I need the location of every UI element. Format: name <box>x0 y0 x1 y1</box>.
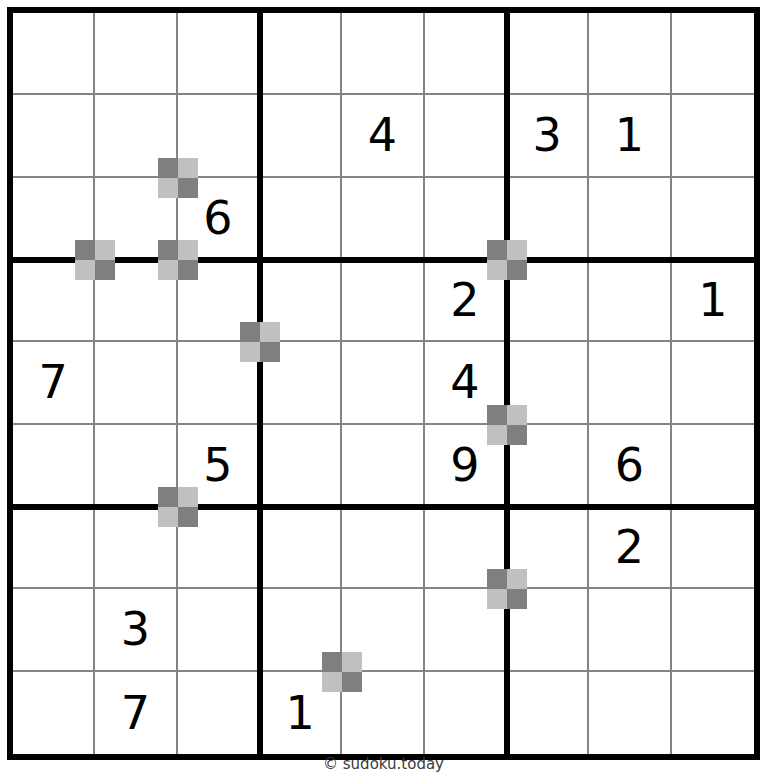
marker-quadrant-dark <box>75 240 95 260</box>
cell-r7c5[interactable] <box>342 507 424 589</box>
cell-r1c1[interactable] <box>13 13 95 95</box>
cell-r9c8[interactable] <box>589 672 671 754</box>
cell-r4c8[interactable] <box>589 260 671 342</box>
marker-quadrant-light <box>487 425 507 445</box>
marker-quadrant-dark <box>158 487 178 507</box>
marker-quadrant-light <box>487 589 507 609</box>
cell-r7c4[interactable] <box>260 507 342 589</box>
box-boundary-vertical-2 <box>504 13 510 754</box>
marker-quadrant-dark <box>487 405 507 425</box>
marker-quadrant-dark <box>158 158 178 178</box>
cell-r3c9[interactable] <box>672 178 754 260</box>
cell-r1c9[interactable] <box>672 13 754 95</box>
cell-r1c5[interactable] <box>342 13 424 95</box>
cell-r1c2[interactable] <box>95 13 177 95</box>
marker-quadrant-light <box>322 672 342 692</box>
cell-r7c9[interactable] <box>672 507 754 589</box>
marker-quadrant-light <box>178 487 198 507</box>
cell-r8c3[interactable] <box>178 589 260 671</box>
box-boundary-horizontal-2 <box>13 504 754 510</box>
cell-r1c4[interactable] <box>260 13 342 95</box>
marker-quadrant-dark <box>507 425 527 445</box>
cell-r8c2[interactable]: 3 <box>95 589 177 671</box>
cell-r5c9[interactable] <box>672 342 754 424</box>
marker-quadrant-light <box>507 240 527 260</box>
cell-r2c1[interactable] <box>13 95 95 177</box>
marker-quadrant-dark <box>240 322 260 342</box>
battenburg-marker-r6c2 <box>158 487 198 527</box>
cell-r7c8[interactable]: 2 <box>589 507 671 589</box>
cell-r3c4[interactable] <box>260 178 342 260</box>
marker-quadrant-light <box>158 178 178 198</box>
cell-r5c5[interactable] <box>342 342 424 424</box>
cell-r3c8[interactable] <box>589 178 671 260</box>
cell-r7c1[interactable] <box>13 507 95 589</box>
cell-r6c5[interactable] <box>342 425 424 507</box>
marker-quadrant-light <box>240 342 260 362</box>
cell-r1c8[interactable] <box>589 13 671 95</box>
cell-r8c8[interactable] <box>589 589 671 671</box>
cell-r9c2[interactable]: 7 <box>95 672 177 754</box>
cell-r1c3[interactable] <box>178 13 260 95</box>
marker-quadrant-dark <box>322 652 342 672</box>
cell-r1c7[interactable] <box>507 13 589 95</box>
marker-quadrant-dark <box>260 342 280 362</box>
marker-quadrant-dark <box>178 178 198 198</box>
cell-r8c1[interactable] <box>13 589 95 671</box>
marker-quadrant-dark <box>342 672 362 692</box>
sudoku-board: 431621745962371 <box>7 7 760 760</box>
cell-r6c1[interactable] <box>13 425 95 507</box>
battenburg-marker-r3c2 <box>158 240 198 280</box>
cell-r9c7[interactable] <box>507 672 589 754</box>
marker-quadrant-light <box>178 158 198 178</box>
battenburg-marker-r7c6 <box>487 569 527 609</box>
marker-quadrant-light <box>342 652 362 672</box>
marker-quadrant-dark <box>507 260 527 280</box>
cell-r9c6[interactable] <box>425 672 507 754</box>
cell-r9c1[interactable] <box>13 672 95 754</box>
marker-quadrant-dark <box>178 260 198 280</box>
battenburg-marker-r4c3 <box>240 322 280 362</box>
cell-r5c2[interactable] <box>95 342 177 424</box>
cell-r4c9[interactable]: 1 <box>672 260 754 342</box>
marker-quadrant-dark <box>158 240 178 260</box>
cell-r9c9[interactable] <box>672 672 754 754</box>
box-boundary-vertical-1 <box>257 13 263 754</box>
cell-r6c9[interactable] <box>672 425 754 507</box>
cell-r6c4[interactable] <box>260 425 342 507</box>
cell-r8c9[interactable] <box>672 589 754 671</box>
marker-quadrant-light <box>507 405 527 425</box>
cell-r5c1[interactable]: 7 <box>13 342 95 424</box>
marker-quadrant-light <box>487 260 507 280</box>
sudoku-page: 431621745962371 © sudoku.today <box>0 0 767 777</box>
copyright-text: © sudoku.today <box>7 755 760 773</box>
marker-quadrant-light <box>95 240 115 260</box>
cell-r2c5[interactable]: 4 <box>342 95 424 177</box>
cell-r4c5[interactable] <box>342 260 424 342</box>
cell-r2c6[interactable] <box>425 95 507 177</box>
marker-quadrant-light <box>75 260 95 280</box>
marker-quadrant-light <box>178 240 198 260</box>
battenburg-marker-r3c6 <box>487 240 527 280</box>
box-boundary-horizontal-1 <box>13 257 754 263</box>
marker-quadrant-light <box>158 507 178 527</box>
cell-r5c8[interactable] <box>589 342 671 424</box>
battenburg-marker-r5c6 <box>487 405 527 445</box>
battenburg-marker-r2c2 <box>158 158 198 198</box>
marker-quadrant-light <box>260 322 280 342</box>
battenburg-marker-r3c1 <box>75 240 115 280</box>
marker-quadrant-dark <box>487 240 507 260</box>
cell-r1c6[interactable] <box>425 13 507 95</box>
sudoku-grid: 431621745962371 <box>13 13 754 754</box>
marker-quadrant-dark <box>487 569 507 589</box>
marker-quadrant-dark <box>178 507 198 527</box>
cell-r2c9[interactable] <box>672 95 754 177</box>
cell-r3c5[interactable] <box>342 178 424 260</box>
marker-quadrant-light <box>158 260 178 280</box>
marker-quadrant-light <box>507 569 527 589</box>
cell-r9c3[interactable] <box>178 672 260 754</box>
cell-r2c7[interactable]: 3 <box>507 95 589 177</box>
battenburg-marker-r8c4 <box>322 652 362 692</box>
marker-quadrant-dark <box>507 589 527 609</box>
cell-r6c8[interactable]: 6 <box>589 425 671 507</box>
marker-quadrant-dark <box>95 260 115 280</box>
cell-r2c8[interactable]: 1 <box>589 95 671 177</box>
cell-r2c4[interactable] <box>260 95 342 177</box>
